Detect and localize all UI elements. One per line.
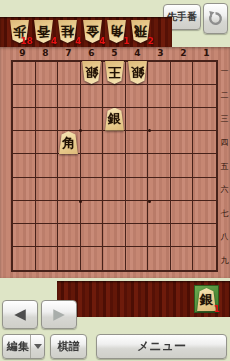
rank-label: 五 bbox=[219, 154, 230, 178]
piece-count: 4 bbox=[99, 37, 105, 46]
shogi-piece-角[interactable]: 角 bbox=[58, 131, 79, 154]
board-cell[interactable] bbox=[81, 201, 104, 224]
edit-dropdown[interactable] bbox=[30, 335, 44, 358]
gote-hand-tray: 歩18香4桂4金4角1飛2 bbox=[0, 17, 172, 47]
board-cell[interactable] bbox=[103, 247, 126, 270]
board-cell[interactable] bbox=[36, 131, 59, 154]
board-cell[interactable] bbox=[126, 247, 149, 270]
board-cell[interactable] bbox=[13, 108, 36, 131]
next-move-button[interactable]: ▶ bbox=[41, 300, 77, 329]
board-cell[interactable] bbox=[103, 131, 126, 154]
rank-label: 四 bbox=[219, 131, 230, 155]
piece-kanji: 角 bbox=[58, 131, 79, 154]
file-label: 3 bbox=[149, 47, 172, 60]
hoshi-dot bbox=[148, 200, 151, 203]
piece-kanji: 銀 bbox=[81, 61, 102, 84]
selected-hand-piece-highlight[interactable]: 銀1 bbox=[194, 285, 219, 313]
shogi-piece-王[interactable]: 王 bbox=[104, 61, 125, 84]
board-cell[interactable] bbox=[13, 178, 36, 201]
board-cell[interactable] bbox=[193, 85, 216, 108]
piece-kanji: 王 bbox=[104, 61, 125, 84]
board-cell[interactable] bbox=[58, 154, 81, 177]
shogi-piece-銀[interactable]: 銀 bbox=[104, 108, 125, 131]
board-cell[interactable] bbox=[148, 62, 171, 85]
board-cell[interactable] bbox=[126, 154, 149, 177]
file-label: 1 bbox=[195, 47, 218, 60]
board-cell[interactable] bbox=[193, 224, 216, 247]
board-cell[interactable] bbox=[193, 178, 216, 201]
board-cell[interactable] bbox=[193, 154, 216, 177]
board-cell[interactable] bbox=[58, 247, 81, 270]
board-cell[interactable] bbox=[126, 224, 149, 247]
edit-button[interactable]: 編集 bbox=[2, 334, 45, 359]
prev-arrow-icon: ◀ bbox=[14, 307, 26, 322]
board-cell[interactable] bbox=[36, 108, 59, 131]
board-cell[interactable] bbox=[171, 62, 194, 85]
file-coordinates: 987654321 bbox=[11, 47, 218, 60]
file-label: 8 bbox=[34, 47, 57, 60]
board-cell[interactable] bbox=[36, 201, 59, 224]
board-cell[interactable] bbox=[193, 62, 216, 85]
board-cell[interactable] bbox=[103, 85, 126, 108]
rotate-board-button[interactable] bbox=[203, 3, 228, 34]
board-cell[interactable] bbox=[58, 178, 81, 201]
board-cell[interactable] bbox=[13, 131, 36, 154]
board-cell[interactable] bbox=[126, 85, 149, 108]
board-cell[interactable] bbox=[171, 224, 194, 247]
board-cell[interactable] bbox=[13, 154, 36, 177]
board-cell[interactable] bbox=[58, 224, 81, 247]
board-cell[interactable] bbox=[13, 201, 36, 224]
board-cell[interactable] bbox=[103, 201, 126, 224]
rank-label: 六 bbox=[219, 178, 230, 202]
board-cell[interactable] bbox=[36, 154, 59, 177]
file-label: 6 bbox=[80, 47, 103, 60]
board-cell[interactable] bbox=[171, 108, 194, 131]
shogi-piece-金[interactable]: 金4 bbox=[82, 20, 103, 43]
board-cell[interactable] bbox=[13, 62, 36, 85]
board-cell[interactable] bbox=[148, 131, 171, 154]
board-cell[interactable] bbox=[81, 108, 104, 131]
board-cell[interactable] bbox=[148, 108, 171, 131]
rotate-icon bbox=[207, 10, 224, 27]
board-cell[interactable] bbox=[58, 62, 81, 85]
piece-count: 4 bbox=[51, 37, 57, 46]
piece-count: 2 bbox=[148, 37, 154, 46]
board-cell[interactable] bbox=[171, 247, 194, 270]
board-cell[interactable] bbox=[36, 62, 59, 85]
shogi-piece-歩[interactable]: 歩18 bbox=[9, 20, 30, 43]
file-label: 2 bbox=[172, 47, 195, 60]
board-cell[interactable] bbox=[126, 108, 149, 131]
board-cell[interactable] bbox=[81, 85, 104, 108]
board-cell[interactable] bbox=[126, 131, 149, 154]
hoshi-dot bbox=[148, 129, 151, 132]
board-cell[interactable] bbox=[36, 224, 59, 247]
rank-label: 三 bbox=[219, 107, 230, 131]
rank-label: 二 bbox=[219, 84, 230, 108]
board-cell[interactable] bbox=[148, 201, 171, 224]
kifu-button[interactable]: 棋譜 bbox=[50, 334, 87, 359]
rank-label: 一 bbox=[219, 60, 230, 84]
board-cell[interactable] bbox=[193, 247, 216, 270]
rank-label: 七 bbox=[219, 201, 230, 225]
piece-count: 18 bbox=[20, 37, 33, 46]
board-cell[interactable] bbox=[13, 85, 36, 108]
board-cell[interactable] bbox=[13, 224, 36, 247]
piece-count: 4 bbox=[75, 37, 81, 46]
hoshi-dot bbox=[79, 200, 82, 203]
shogi-board[interactable] bbox=[11, 60, 218, 272]
shogi-piece-角[interactable]: 角1 bbox=[106, 20, 127, 43]
board-cell[interactable] bbox=[81, 224, 104, 247]
next-arrow-icon: ▶ bbox=[53, 307, 65, 322]
board-panel: 987654321 一二三四五六七八九 銀王銀銀角 bbox=[0, 47, 230, 278]
board-cell[interactable] bbox=[171, 201, 194, 224]
board-cell[interactable] bbox=[58, 201, 81, 224]
board-cell[interactable] bbox=[148, 178, 171, 201]
shogi-piece-銀[interactable]: 銀1 bbox=[196, 288, 217, 311]
board-cell[interactable] bbox=[103, 224, 126, 247]
menu-button[interactable]: メニュー bbox=[96, 334, 227, 359]
board-cell[interactable] bbox=[58, 108, 81, 131]
board-cell[interactable] bbox=[171, 178, 194, 201]
board-cell[interactable] bbox=[193, 108, 216, 131]
board-cell[interactable] bbox=[193, 131, 216, 154]
board-cell[interactable] bbox=[81, 178, 104, 201]
file-label: 7 bbox=[57, 47, 80, 60]
rank-label: 八 bbox=[219, 225, 230, 249]
file-label: 9 bbox=[11, 47, 34, 60]
sente-hand-tray: 銀1 bbox=[57, 281, 230, 317]
board-cell[interactable] bbox=[171, 131, 194, 154]
piece-count: 1 bbox=[124, 37, 130, 46]
board-cell[interactable] bbox=[148, 247, 171, 270]
shogi-piece-銀[interactable]: 銀 bbox=[81, 61, 102, 84]
board-cell[interactable] bbox=[171, 85, 194, 108]
board-cell[interactable] bbox=[126, 201, 149, 224]
board-cell[interactable] bbox=[36, 247, 59, 270]
board-cell[interactable] bbox=[103, 154, 126, 177]
board-cell[interactable] bbox=[58, 85, 81, 108]
rank-label: 九 bbox=[219, 249, 230, 273]
board-cell[interactable] bbox=[103, 178, 126, 201]
file-label: 4 bbox=[126, 47, 149, 60]
board-cell[interactable] bbox=[148, 224, 171, 247]
shogi-piece-銀[interactable]: 銀 bbox=[127, 61, 148, 84]
shogi-piece-飛[interactable]: 飛2 bbox=[130, 20, 151, 43]
board-cell[interactable] bbox=[193, 201, 216, 224]
piece-kanji: 銀 bbox=[127, 61, 148, 84]
board-cell[interactable] bbox=[126, 178, 149, 201]
piece-count: 1 bbox=[214, 305, 220, 314]
board-cell[interactable] bbox=[148, 154, 171, 177]
board-cell[interactable] bbox=[171, 154, 194, 177]
edit-button-label: 編集 bbox=[3, 339, 29, 354]
board-cell[interactable] bbox=[81, 131, 104, 154]
board-cell[interactable] bbox=[81, 154, 104, 177]
prev-move-button[interactable]: ◀ bbox=[2, 300, 38, 329]
board-cell[interactable] bbox=[36, 178, 59, 201]
dropdown-arrow-icon bbox=[34, 344, 42, 349]
rank-coordinates: 一二三四五六七八九 bbox=[219, 60, 230, 272]
shogi-piece-桂[interactable]: 桂4 bbox=[57, 20, 78, 43]
shogi-piece-香[interactable]: 香4 bbox=[33, 20, 54, 43]
piece-kanji: 銀 bbox=[104, 108, 125, 131]
board-cell[interactable] bbox=[13, 247, 36, 270]
board-cell[interactable] bbox=[148, 85, 171, 108]
board-cell[interactable] bbox=[81, 247, 104, 270]
board-cell[interactable] bbox=[36, 85, 59, 108]
file-label: 5 bbox=[103, 47, 126, 60]
